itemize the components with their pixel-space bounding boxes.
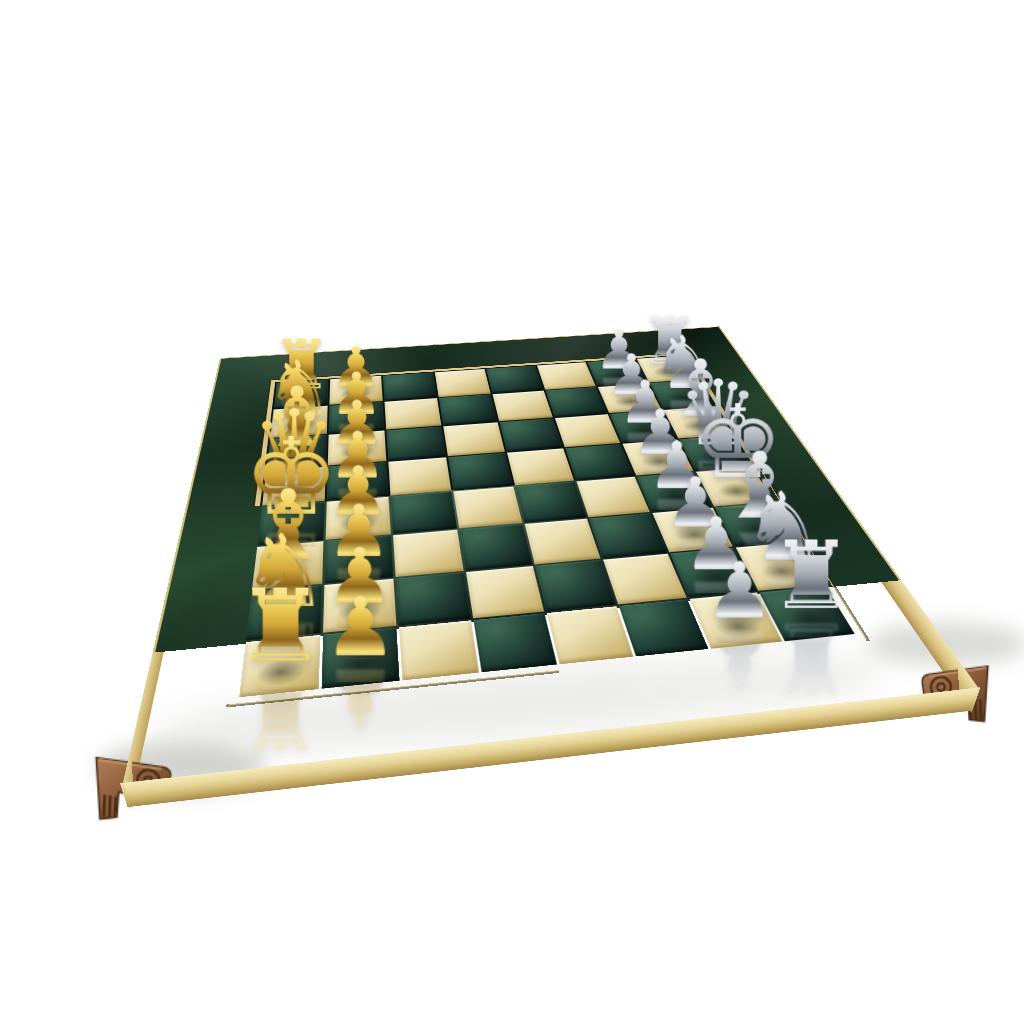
square-a4 bbox=[435, 369, 491, 397]
square-f4 bbox=[459, 524, 532, 571]
square-b6 bbox=[545, 387, 607, 417]
black-rook-icon: ♜ bbox=[769, 529, 853, 623]
square-g5 bbox=[535, 560, 616, 611]
square-c4 bbox=[443, 422, 505, 456]
square-f5 bbox=[525, 519, 601, 565]
square-c6 bbox=[555, 414, 620, 447]
white-rook-icon: ♜ bbox=[236, 576, 326, 676]
product-photo-scene: ♜♜♟♟♟♟♜♜♞♞♟♟♟♟♞♞♝♝♟♟♟♟♝♝♛♛♟♟♟♟♛♛♚♚♟♟♟♟♚♚… bbox=[0, 0, 1024, 1024]
square-c5 bbox=[499, 418, 562, 451]
black-rook-h8: ♜♜ bbox=[769, 529, 853, 623]
black-pawn-h7: ♟♟ bbox=[705, 552, 775, 630]
square-g4 bbox=[466, 566, 544, 618]
square-c3 bbox=[386, 426, 446, 460]
square-a5 bbox=[486, 366, 543, 394]
square-f3 bbox=[393, 530, 464, 577]
black-pawn-icon: ♟ bbox=[705, 552, 775, 630]
square-g3 bbox=[396, 572, 471, 625]
white-pawn-h2: ♟♟ bbox=[324, 587, 397, 668]
square-a3 bbox=[383, 372, 437, 401]
chess-board: ♜♜♟♟♟♟♜♜♞♞♟♟♟♟♞♞♝♝♟♟♟♟♝♝♛♛♟♟♟♟♛♛♚♚♟♟♟♟♚♚… bbox=[123, 326, 978, 782]
white-rook-h1: ♜♜ bbox=[236, 576, 326, 676]
white-pawn-icon: ♟ bbox=[324, 587, 397, 668]
square-e3 bbox=[391, 492, 458, 534]
